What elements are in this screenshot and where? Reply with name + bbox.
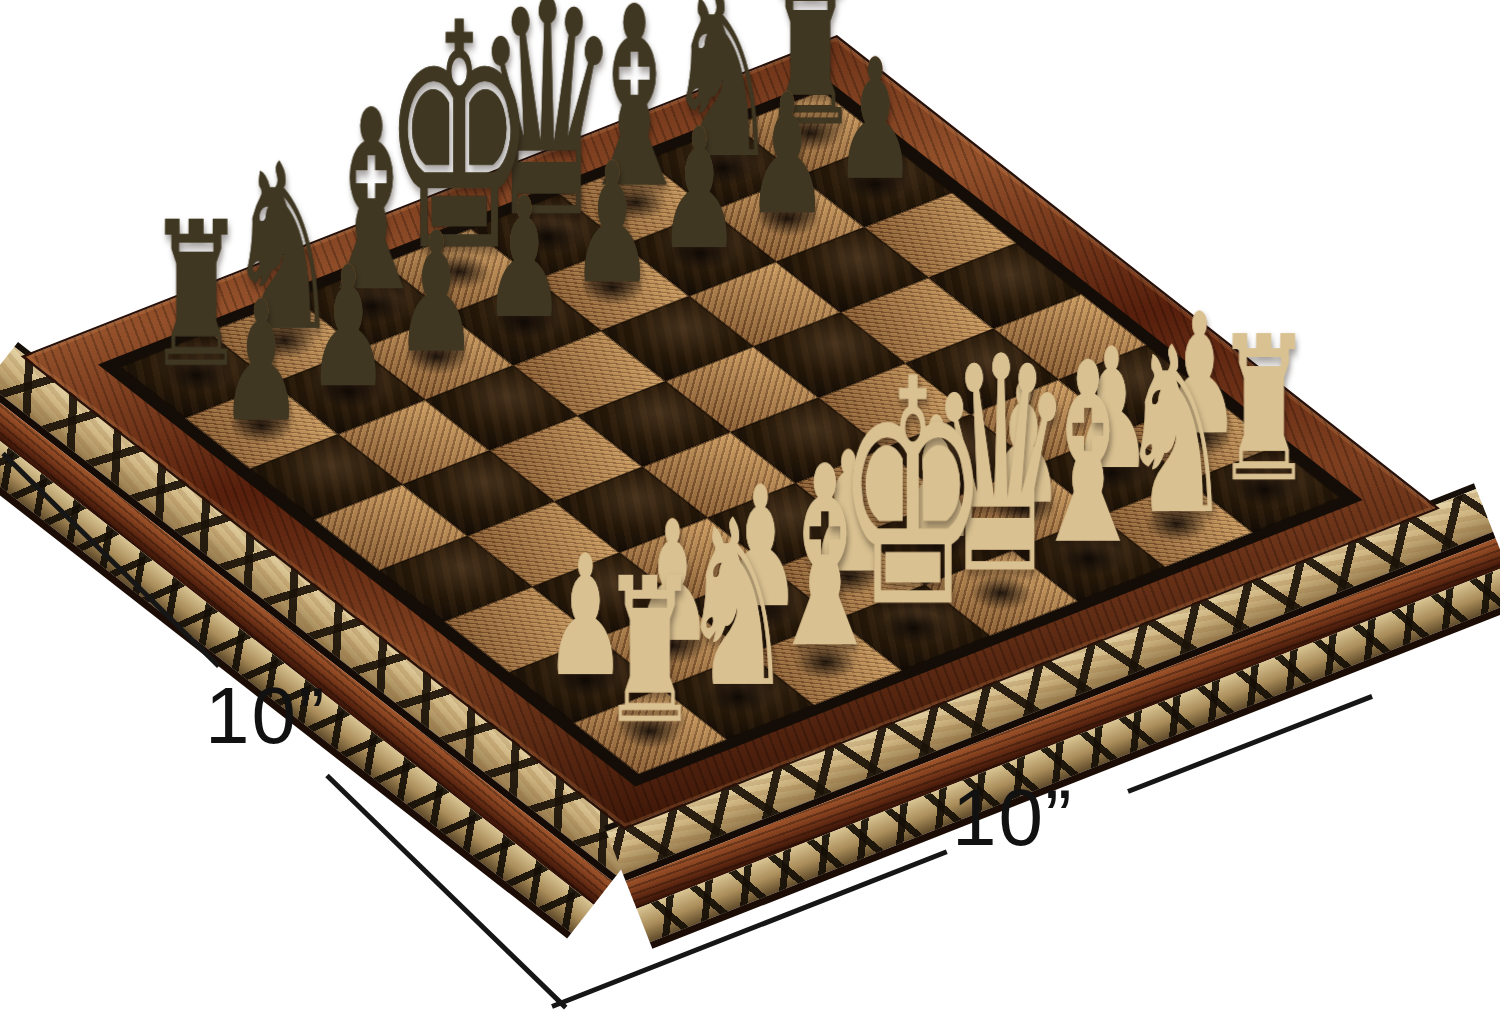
piece-glyph: ♟: [746, 76, 828, 234]
piece-glyph: ♟: [308, 249, 390, 407]
piece-glyph: ♟: [659, 110, 741, 268]
piece-glyph: ♜: [601, 557, 700, 747]
piece-glyph: ♟: [571, 145, 653, 303]
piece-glyph: ♟: [220, 283, 302, 441]
piece-white-rook: ♜: [602, 683, 699, 780]
product-photo-chess-set: ♜♟♟♜♞♟♟♞♝♟♟♝♛♟♟♛♚♟♟♚♝♟♟♝♞♟♟♞♜♟♟♜ 10” 10”: [0, 0, 1500, 1015]
dimension-label-bottom: 10”: [952, 778, 1074, 858]
dimension-label-left: 10”: [205, 676, 327, 756]
piece-glyph: ♟: [834, 41, 916, 199]
piece-glyph: ♟: [483, 179, 565, 337]
piece-glyph: ♟: [395, 214, 477, 372]
